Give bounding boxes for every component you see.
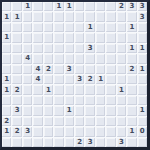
cell-r2c12-clue-1[interactable]: 1 <box>127 23 136 32</box>
cell-r12c10[interactable] <box>106 127 115 136</box>
cell-r7c11[interactable] <box>117 75 126 84</box>
cell-r13c12[interactable] <box>127 138 136 147</box>
cell-r3c9[interactable] <box>96 33 105 42</box>
cell-r11c10[interactable] <box>106 117 115 126</box>
cell-r2c5[interactable] <box>54 23 63 32</box>
cell-r7c13[interactable] <box>138 75 147 84</box>
cell-r12c3[interactable] <box>33 127 42 136</box>
cell-r3c11[interactable] <box>117 33 126 42</box>
cell-r12c1-clue-2[interactable]: 2 <box>12 127 21 136</box>
cell-r1c12[interactable] <box>127 12 136 21</box>
cell-r8c1-clue-2[interactable]: 2 <box>12 85 21 94</box>
cell-r12c12-clue-1[interactable]: 1 <box>127 127 136 136</box>
cell-r9c1[interactable] <box>12 96 21 105</box>
cell-r6c5[interactable] <box>54 65 63 74</box>
cell-r6c11[interactable] <box>117 65 126 74</box>
cell-r8c5[interactable] <box>54 85 63 94</box>
cell-r5c5[interactable] <box>54 54 63 63</box>
cell-r6c3-clue-4[interactable]: 4 <box>33 65 42 74</box>
cell-r8c7[interactable] <box>75 85 84 94</box>
cell-r10c12[interactable] <box>127 106 136 115</box>
cell-r5c8[interactable] <box>85 54 94 63</box>
cell-r0c13-clue-3[interactable]: 3 <box>138 2 147 11</box>
cell-r5c9[interactable] <box>96 54 105 63</box>
cell-r0c4[interactable] <box>44 2 53 11</box>
cell-r1c9[interactable] <box>96 12 105 21</box>
puzzle-board: 1112331131113114423211432112113112123102… <box>0 0 150 150</box>
cell-r6c10[interactable] <box>106 65 115 74</box>
cell-r2c0[interactable] <box>2 23 11 32</box>
cell-r9c0[interactable] <box>2 96 11 105</box>
cell-r1c2[interactable] <box>23 12 32 21</box>
cell-r2c9[interactable] <box>96 23 105 32</box>
cell-r7c12[interactable] <box>127 75 136 84</box>
cell-r10c3[interactable] <box>33 106 42 115</box>
cell-r4c3[interactable] <box>33 44 42 53</box>
cell-r1c8[interactable] <box>85 12 94 21</box>
cell-r11c12[interactable] <box>127 117 136 126</box>
cell-r3c3[interactable] <box>33 33 42 42</box>
cell-r3c7[interactable] <box>75 33 84 42</box>
cell-r5c6[interactable] <box>65 54 74 63</box>
cell-r10c2[interactable] <box>23 106 32 115</box>
cell-r5c4[interactable] <box>44 54 53 63</box>
cell-r7c8-clue-2[interactable]: 2 <box>85 75 94 84</box>
cell-r7c7-clue-3[interactable]: 3 <box>75 75 84 84</box>
cell-r2c3[interactable] <box>33 23 42 32</box>
cell-r13c10[interactable] <box>106 138 115 147</box>
cell-r5c1[interactable] <box>12 54 21 63</box>
cell-r13c11-clue-3[interactable]: 3 <box>117 138 126 147</box>
cell-r3c6[interactable] <box>65 33 74 42</box>
cell-r11c7[interactable] <box>75 117 84 126</box>
cell-r8c6[interactable] <box>65 85 74 94</box>
cell-r6c4-clue-2[interactable]: 2 <box>44 65 53 74</box>
cell-r8c8[interactable] <box>85 85 94 94</box>
cell-r6c6-clue-3[interactable]: 3 <box>65 65 74 74</box>
cell-r12c4[interactable] <box>44 127 53 136</box>
cell-r12c11[interactable] <box>117 127 126 136</box>
cell-r13c8-clue-3[interactable]: 3 <box>85 138 94 147</box>
cell-r3c1[interactable] <box>12 33 21 42</box>
cell-r6c9[interactable] <box>96 65 105 74</box>
cell-r1c3[interactable] <box>33 12 42 21</box>
cell-r1c1-clue-1[interactable]: 1 <box>12 12 21 21</box>
cell-r9c6[interactable] <box>65 96 74 105</box>
cell-r8c11-clue-1[interactable]: 1 <box>117 85 126 94</box>
cell-r0c12-clue-3[interactable]: 3 <box>127 2 136 11</box>
cell-r2c7[interactable] <box>75 23 84 32</box>
cell-r12c6[interactable] <box>65 127 74 136</box>
cell-r4c2[interactable] <box>23 44 32 53</box>
cell-r5c2-clue-4[interactable]: 4 <box>23 54 32 63</box>
cell-r4c8-clue-3[interactable]: 3 <box>85 44 94 53</box>
cell-r6c13-clue-1[interactable]: 1 <box>138 65 147 74</box>
cell-r13c2[interactable] <box>23 138 32 147</box>
cell-r4c4[interactable] <box>44 44 53 53</box>
cell-r2c13[interactable] <box>138 23 147 32</box>
cell-r13c4[interactable] <box>44 138 53 147</box>
cell-r8c12[interactable] <box>127 85 136 94</box>
cell-r7c0-clue-1[interactable]: 1 <box>2 75 11 84</box>
cell-r2c10[interactable] <box>106 23 115 32</box>
cell-r10c11[interactable] <box>117 106 126 115</box>
cell-r6c7[interactable] <box>75 65 84 74</box>
cell-r9c12[interactable] <box>127 96 136 105</box>
cell-r4c13-clue-1[interactable]: 1 <box>138 44 147 53</box>
cell-r10c7[interactable] <box>75 106 84 115</box>
cell-r5c10[interactable] <box>106 54 115 63</box>
cell-r0c2-clue-1[interactable]: 1 <box>23 2 32 11</box>
cell-r0c3[interactable] <box>33 2 42 11</box>
cell-r3c2[interactable] <box>23 33 32 42</box>
cell-r1c7[interactable] <box>75 12 84 21</box>
cell-r12c2-clue-3[interactable]: 3 <box>23 127 32 136</box>
cell-r11c2[interactable] <box>23 117 32 126</box>
cell-r11c0-clue-2[interactable]: 2 <box>2 117 11 126</box>
puzzle-grid: 1112331131113114423211432112113112123102… <box>2 2 147 147</box>
cell-r7c10[interactable] <box>106 75 115 84</box>
cell-r8c10[interactable] <box>106 85 115 94</box>
cell-r12c8[interactable] <box>85 127 94 136</box>
cell-r0c9[interactable] <box>96 2 105 11</box>
cell-r11c5[interactable] <box>54 117 63 126</box>
cell-r11c11[interactable] <box>117 117 126 126</box>
cell-r7c5[interactable] <box>54 75 63 84</box>
cell-r0c11-clue-2[interactable]: 2 <box>117 2 126 11</box>
cell-r9c4[interactable] <box>44 96 53 105</box>
cell-r3c10[interactable] <box>106 33 115 42</box>
cell-r9c7[interactable] <box>75 96 84 105</box>
cell-r0c0[interactable] <box>2 2 11 11</box>
cell-r4c6[interactable] <box>65 44 74 53</box>
cell-r0c8[interactable] <box>85 2 94 11</box>
cell-r8c4-clue-1[interactable]: 1 <box>44 85 53 94</box>
cell-r12c0-clue-1[interactable]: 1 <box>2 127 11 136</box>
cell-r10c13-clue-1[interactable]: 1 <box>138 106 147 115</box>
cell-r2c4[interactable] <box>44 23 53 32</box>
cell-r13c5[interactable] <box>54 138 63 147</box>
cell-r0c7[interactable] <box>75 2 84 11</box>
cell-r2c6[interactable] <box>65 23 74 32</box>
cell-r10c0[interactable] <box>2 106 11 115</box>
cell-r4c0[interactable] <box>2 44 11 53</box>
cell-r7c3-clue-4[interactable]: 4 <box>33 75 42 84</box>
cell-r7c4[interactable] <box>44 75 53 84</box>
cell-r1c10[interactable] <box>106 12 115 21</box>
cell-r3c5[interactable] <box>54 33 63 42</box>
cell-r9c11[interactable] <box>117 96 126 105</box>
cell-r5c13[interactable] <box>138 54 147 63</box>
cell-r10c1-clue-3[interactable]: 3 <box>12 106 21 115</box>
cell-r1c11[interactable] <box>117 12 126 21</box>
cell-r0c5-clue-1[interactable]: 1 <box>54 2 63 11</box>
cell-r5c3[interactable] <box>33 54 42 63</box>
cell-r3c4[interactable] <box>44 33 53 42</box>
cell-r13c13[interactable] <box>138 138 147 147</box>
cell-r8c9[interactable] <box>96 85 105 94</box>
cell-r11c4[interactable] <box>44 117 53 126</box>
cell-r7c1[interactable] <box>12 75 21 84</box>
cell-r9c8[interactable] <box>85 96 94 105</box>
cell-r6c0[interactable] <box>2 65 11 74</box>
cell-r13c7-clue-2[interactable]: 2 <box>75 138 84 147</box>
cell-r10c4[interactable] <box>44 106 53 115</box>
cell-r4c1[interactable] <box>12 44 21 53</box>
cell-r9c5[interactable] <box>54 96 63 105</box>
cell-r5c12[interactable] <box>127 54 136 63</box>
cell-r12c5[interactable] <box>54 127 63 136</box>
cell-r12c9[interactable] <box>96 127 105 136</box>
cell-r8c13[interactable] <box>138 85 147 94</box>
cell-r7c9-clue-1[interactable]: 1 <box>96 75 105 84</box>
cell-r7c2[interactable] <box>23 75 32 84</box>
cell-r4c10[interactable] <box>106 44 115 53</box>
cell-r2c11[interactable] <box>117 23 126 32</box>
cell-r6c12-clue-2[interactable]: 2 <box>127 65 136 74</box>
cell-r6c8[interactable] <box>85 65 94 74</box>
cell-r6c2[interactable] <box>23 65 32 74</box>
cell-r8c2[interactable] <box>23 85 32 94</box>
cell-r13c1[interactable] <box>12 138 21 147</box>
cell-r6c1[interactable] <box>12 65 21 74</box>
cell-r13c3[interactable] <box>33 138 42 147</box>
cell-r12c13-clue-0[interactable]: 0 <box>138 127 147 136</box>
cell-r2c2[interactable] <box>23 23 32 32</box>
cell-r4c12-clue-1[interactable]: 1 <box>127 44 136 53</box>
cell-r11c3[interactable] <box>33 117 42 126</box>
cell-r3c13[interactable] <box>138 33 147 42</box>
cell-r1c5[interactable] <box>54 12 63 21</box>
cell-r5c11[interactable] <box>117 54 126 63</box>
cell-r1c6[interactable] <box>65 12 74 21</box>
cell-r4c9[interactable] <box>96 44 105 53</box>
cell-r10c8[interactable] <box>85 106 94 115</box>
cell-r0c6-clue-1[interactable]: 1 <box>65 2 74 11</box>
cell-r5c7[interactable] <box>75 54 84 63</box>
cell-r11c8[interactable] <box>85 117 94 126</box>
cell-r13c6[interactable] <box>65 138 74 147</box>
cell-r4c5[interactable] <box>54 44 63 53</box>
cell-r11c6[interactable] <box>65 117 74 126</box>
cell-r1c4[interactable] <box>44 12 53 21</box>
cell-r3c0-clue-1[interactable]: 1 <box>2 33 11 42</box>
cell-r8c3[interactable] <box>33 85 42 94</box>
cell-r10c6-clue-1[interactable]: 1 <box>65 106 74 115</box>
cell-r11c13[interactable] <box>138 117 147 126</box>
cell-r12c7[interactable] <box>75 127 84 136</box>
cell-r9c13[interactable] <box>138 96 147 105</box>
cell-r4c11[interactable] <box>117 44 126 53</box>
cell-r10c10[interactable] <box>106 106 115 115</box>
cell-r0c10[interactable] <box>106 2 115 11</box>
cell-r0c1[interactable] <box>12 2 21 11</box>
cell-r11c1[interactable] <box>12 117 21 126</box>
cell-r3c12[interactable] <box>127 33 136 42</box>
cell-r9c2[interactable] <box>23 96 32 105</box>
cell-r9c10[interactable] <box>106 96 115 105</box>
cell-r1c13-clue-3[interactable]: 3 <box>138 12 147 21</box>
cell-r13c0[interactable] <box>2 138 11 147</box>
cell-r5c0[interactable] <box>2 54 11 63</box>
cell-r4c7[interactable] <box>75 44 84 53</box>
cell-r10c9[interactable] <box>96 106 105 115</box>
cell-r2c8-clue-1[interactable]: 1 <box>85 23 94 32</box>
cell-r2c1[interactable] <box>12 23 21 32</box>
cell-r9c9[interactable] <box>96 96 105 105</box>
cell-r8c0-clue-1[interactable]: 1 <box>2 85 11 94</box>
cell-r10c5[interactable] <box>54 106 63 115</box>
cell-r1c0-clue-1[interactable]: 1 <box>2 12 11 21</box>
cell-r13c9[interactable] <box>96 138 105 147</box>
cell-r11c9[interactable] <box>96 117 105 126</box>
cell-r3c8[interactable] <box>85 33 94 42</box>
cell-r7c6[interactable] <box>65 75 74 84</box>
cell-r9c3[interactable] <box>33 96 42 105</box>
